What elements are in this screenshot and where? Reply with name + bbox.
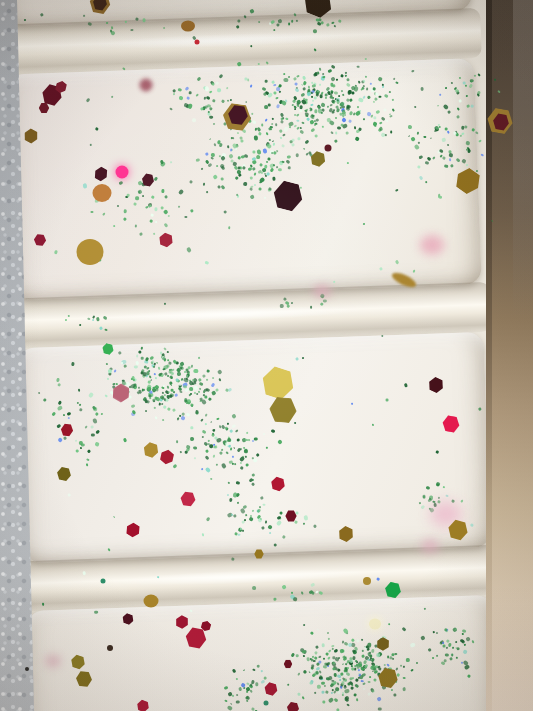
glitter-speck: [227, 438, 232, 442]
glitter-speck: [315, 645, 319, 649]
glitter-speck: [305, 139, 310, 144]
glitter-speck: [356, 66, 359, 69]
glitter-speck: [455, 157, 460, 162]
red-hex-glitter: [60, 423, 75, 438]
glitter-speck: [218, 74, 223, 79]
glitter-speck: [130, 404, 135, 408]
glitter-speck: [351, 677, 353, 679]
glitter-speck: [199, 382, 203, 386]
teal-speck: [101, 579, 106, 584]
glitter-speck: [320, 94, 323, 98]
glitter-speck: [214, 445, 217, 449]
glitter-speck: [237, 439, 241, 442]
glitter-speck: [336, 108, 340, 112]
glitter-speck: [396, 188, 399, 191]
glitter-speck: [456, 107, 460, 111]
glitter-speck: [373, 124, 377, 128]
glitter-speck: [336, 682, 339, 686]
glitter-speck: [141, 357, 144, 360]
glitter-speck: [460, 499, 463, 502]
glitter-speck: [106, 378, 109, 381]
glitter-speck: [445, 653, 449, 656]
glitter-speck: [205, 449, 209, 453]
glitter-speck: [250, 195, 256, 201]
glitter-speck: [313, 48, 317, 52]
glitter-speck: [297, 692, 301, 696]
glitter-speck: [429, 648, 432, 651]
glitter-speck: [456, 657, 459, 660]
glitter-speck: [219, 451, 223, 455]
glitter-speck: [470, 523, 474, 527]
glitter-speck: [154, 417, 158, 421]
glitter-speck: [204, 413, 207, 417]
glitter-speck: [250, 482, 254, 486]
glitter-speck: [216, 81, 219, 85]
glitter-speck: [99, 327, 103, 331]
glitter-speck: [332, 661, 335, 664]
glitter-speck: [118, 181, 123, 185]
glitter-speck: [300, 592, 303, 596]
glitter-speck: [276, 104, 280, 109]
glitter-speck: [225, 87, 228, 90]
gold-hex-glitter: [450, 163, 486, 198]
glitter-speck: [169, 381, 173, 385]
glitter-speck: [334, 139, 338, 143]
glitter-speck: [303, 148, 305, 150]
glitter-speck: [111, 95, 114, 98]
glitter-speck: [180, 390, 183, 393]
glitter-speck: [399, 665, 402, 668]
glitter-speck: [273, 84, 276, 86]
glitter-speck: [284, 301, 289, 305]
glitter-speck: [102, 212, 105, 215]
glitter-speck: [291, 143, 295, 147]
glitter-speck: [462, 159, 467, 164]
glitter-speck: [144, 409, 147, 412]
glitter-speck: [308, 86, 310, 89]
glitter-speck: [406, 658, 410, 662]
glitter-speck: [299, 109, 303, 113]
glitter-speck: [205, 466, 211, 472]
maroon-hex-glitter: [91, 164, 110, 183]
glitter-speck: [213, 123, 216, 126]
glitter-speck: [272, 118, 275, 121]
glitter-speck: [294, 520, 298, 523]
glitter-speck: [466, 104, 470, 107]
glitter-speck: [286, 160, 291, 165]
glitter-speck: [130, 29, 133, 31]
glitter-speck: [167, 385, 170, 388]
glitter-speck: [363, 85, 366, 87]
glitter-speck: [301, 92, 306, 96]
glitter-speck: [186, 247, 192, 253]
glitter-speck: [205, 261, 209, 265]
glitter-speck: [186, 413, 191, 418]
glitter-speck: [481, 154, 484, 157]
glitter-speck: [66, 411, 71, 416]
glitter-speck: [384, 93, 389, 98]
glitter-speck: [391, 99, 394, 102]
glitter-speck: [341, 663, 343, 665]
glitter-speck: [465, 637, 470, 642]
glitter-speck: [174, 393, 178, 396]
glitter-speck: [266, 447, 268, 449]
glitter-speck: [425, 161, 429, 165]
glitter-speck: [189, 92, 192, 96]
glitter-speck: [297, 74, 300, 77]
glitter-speck: [314, 135, 318, 138]
glitter-speck: [311, 583, 315, 587]
glitter-speck: [277, 23, 280, 27]
glitter-speck: [156, 362, 158, 364]
glitter-speck: [132, 410, 136, 415]
glitter-speck: [376, 110, 381, 114]
glitter-speck: [319, 592, 323, 596]
glitter-speck: [352, 656, 355, 660]
glitter-speck: [256, 453, 260, 457]
glitter-speck: [264, 105, 268, 109]
glitter-speck: [227, 705, 233, 711]
glitter-speck: [327, 661, 330, 664]
red-hex-glitter: [123, 520, 143, 540]
glitter-speck: [318, 656, 322, 659]
glitter-speck: [254, 184, 257, 187]
glitter-speck: [133, 202, 136, 205]
glitter-speck: [439, 148, 444, 153]
glitter-speck: [108, 548, 111, 551]
glitter-speck: [142, 388, 145, 391]
glitter-speck: [90, 426, 93, 429]
glitter-speck: [91, 434, 95, 437]
glitter-speck: [333, 673, 337, 677]
glitter-speck: [458, 99, 462, 103]
glitter-speck: [252, 668, 256, 671]
glitter-speck: [237, 448, 242, 453]
gold-hex-glitter: [254, 549, 264, 559]
glitter-speck: [272, 543, 277, 548]
glitter-speck: [290, 652, 295, 657]
dark-gold-hex-glitter: [21, 126, 41, 145]
glitter-speck: [293, 422, 296, 425]
glitter-speck: [465, 164, 468, 167]
glitter-speck: [363, 688, 365, 690]
glitter-speck: [181, 415, 186, 420]
glitter-speck: [201, 399, 207, 405]
glitter-speck: [346, 78, 350, 82]
glitter-speck: [180, 451, 183, 454]
glitter-speck: [305, 108, 308, 111]
glitter-speck: [162, 419, 165, 422]
glitter-speck: [250, 113, 253, 116]
glitter-speck: [287, 683, 290, 686]
glitter-speck: [459, 77, 461, 79]
glitter-speck: [295, 655, 299, 658]
glitter-speck: [302, 75, 306, 80]
glitter-speck: [360, 87, 364, 91]
glitter-speck: [372, 87, 375, 91]
glitter-speck: [357, 80, 360, 83]
glitter-speck: [63, 437, 67, 441]
glitter-speck: [158, 366, 161, 369]
glitter-speck: [236, 481, 240, 485]
glitter-speck: [309, 108, 313, 111]
crimson-sparkle-hex: [441, 414, 462, 434]
glitter-speck: [190, 209, 194, 213]
glitter-speck: [209, 116, 213, 119]
glitter-speck: [464, 644, 466, 646]
glitter-speck: [210, 382, 215, 387]
glitter-speck: [249, 8, 254, 13]
glitter-speck: [444, 164, 448, 167]
glitter-speck: [324, 97, 327, 100]
glitter-speck: [224, 700, 228, 703]
glitter-speck: [149, 219, 152, 223]
glitter-speck: [194, 369, 199, 373]
glitter-speck: [316, 662, 320, 666]
glitter-speck: [91, 211, 94, 213]
glitter-speck: [386, 663, 389, 666]
glitter-speck: [273, 28, 276, 31]
teal-speck: [264, 701, 269, 706]
glitter-speck: [213, 143, 216, 146]
glitter-speck: [387, 655, 389, 658]
glitter-speck: [252, 586, 256, 590]
glitter-speck: [310, 305, 312, 308]
glitter-speck: [259, 163, 263, 167]
glitter-speck: [218, 378, 221, 381]
glitter-speck: [79, 324, 82, 327]
glitter-speck: [347, 162, 349, 164]
glitter-speck: [258, 132, 262, 136]
glitter-speck: [327, 23, 330, 26]
glitter-speck: [463, 649, 469, 655]
glitter-speck: [278, 168, 282, 172]
glitter-speck: [438, 105, 440, 106]
glitter-speck: [296, 119, 300, 122]
glitter-speck: [314, 74, 317, 77]
glitter-speck: [249, 175, 254, 180]
glitter-speck: [82, 184, 87, 189]
glitter-speck: [387, 623, 390, 626]
glitter-speck: [157, 576, 160, 579]
glitter-speck: [207, 442, 209, 444]
glitter-speck: [418, 154, 423, 158]
red-hex-glitter: [269, 475, 288, 493]
glitter-speck: [249, 44, 252, 47]
glitter-speck: [438, 124, 440, 126]
glitter-speck: [217, 88, 221, 92]
glitter-speck: [109, 29, 111, 32]
glitter-speck: [472, 641, 475, 644]
glitter-speck: [112, 224, 115, 227]
glitter-speck: [228, 387, 233, 392]
glitter-speck: [281, 160, 284, 163]
glitter-speck: [339, 648, 344, 653]
red-hex-glitter: [262, 681, 279, 697]
glitter-speck: [423, 136, 426, 138]
glitter-speck: [279, 129, 282, 133]
glitter-speck: [42, 398, 46, 402]
glitter-speck: [85, 464, 88, 467]
glitter-speck: [169, 362, 172, 365]
glitter-speck: [301, 87, 305, 91]
glitter-speck: [113, 369, 116, 373]
glitter-speck: [230, 98, 232, 100]
glitter-speck: [342, 694, 344, 696]
glitter-speck: [162, 368, 165, 371]
glitter-speck: [52, 411, 57, 416]
glitter-speck: [205, 379, 208, 382]
glitter-speck: [237, 156, 240, 160]
glitter-speck: [296, 113, 299, 116]
glitter-speck: [190, 403, 194, 407]
glitter-speck: [470, 104, 474, 108]
glitter-speck: [395, 667, 399, 671]
glitter-speck: [432, 157, 436, 161]
glitter-speck: [302, 650, 306, 653]
glitter-speck: [442, 486, 445, 488]
glitter-speck: [253, 172, 256, 175]
glitter-speck: [227, 481, 230, 484]
glitter-speck: [324, 684, 327, 687]
glitter-speck: [282, 535, 286, 539]
glitter-speck: [312, 84, 316, 88]
glitter-speck: [376, 696, 381, 701]
glitter-speck: [266, 172, 269, 175]
glitter-speck: [280, 120, 284, 124]
glitter-speck: [371, 649, 375, 654]
glitter-speck: [315, 118, 319, 122]
glitter-speck: [273, 597, 276, 600]
glitter-speck: [210, 478, 213, 481]
glitter-speck: [355, 110, 361, 116]
glitter-speck: [355, 683, 360, 687]
glitter-speck: [190, 437, 195, 441]
glitter-speck: [212, 175, 218, 181]
glitter-speck: [355, 136, 360, 142]
glitter-speck: [42, 602, 44, 605]
glitter-speck: [466, 141, 470, 145]
glitter-speck: [94, 441, 99, 446]
glitter-speck: [79, 408, 82, 412]
glitter-speck: [358, 127, 362, 130]
glitter-speck: [232, 456, 234, 458]
glitter-speck: [171, 368, 174, 371]
glitter-speck: [221, 177, 225, 181]
glitter-speck: [323, 665, 327, 669]
glitter-speck: [314, 109, 317, 113]
glitter-speck: [87, 22, 91, 26]
glitter-speck: [135, 196, 140, 200]
glitter-speck: [319, 676, 323, 679]
glitter-speck: [230, 447, 233, 450]
glitter-speck: [460, 135, 462, 137]
glitter-speck: [178, 206, 180, 208]
glitter-speck: [116, 382, 118, 384]
glitter-speck: [161, 189, 164, 193]
dark-red-hex-glitter: [284, 660, 293, 669]
glitter-speck: [84, 425, 88, 429]
glitter-speck: [256, 149, 261, 155]
dark-gold-hex-glitter: [336, 524, 357, 544]
glitter-speck: [373, 100, 376, 103]
glitter-speck: [278, 439, 283, 445]
glitter-speck: [273, 142, 276, 145]
glitter-speck: [364, 75, 367, 78]
glitter-speck: [341, 90, 343, 93]
glitter-speck: [227, 145, 230, 148]
glitter-speck: [323, 700, 326, 703]
glitter-speck: [383, 108, 386, 112]
glitter-speck: [323, 299, 327, 302]
glitter-speck: [360, 639, 363, 642]
glitter-speck: [205, 191, 208, 194]
glitter-speck: [314, 650, 319, 655]
glitter-speck: [260, 124, 263, 127]
glitter-speck: [373, 677, 377, 681]
glitter-speck: [321, 643, 325, 647]
glitter-speck: [196, 393, 199, 395]
glitter-speck: [86, 458, 89, 461]
glitter-speck: [293, 597, 297, 601]
glitter-speck: [145, 205, 148, 208]
glitter-speck: [393, 694, 396, 697]
glitter-speck: [292, 99, 296, 103]
glitter-speck: [314, 123, 317, 125]
glitter-speck: [358, 98, 364, 103]
glitter-speck: [332, 84, 335, 87]
glitter-speck: [235, 429, 239, 433]
glitter-speck: [372, 424, 375, 427]
glitter-speck: [241, 530, 243, 533]
glitter-speck: [236, 678, 238, 680]
glitter-speck: [255, 682, 258, 686]
glitter-speck: [245, 101, 246, 103]
glitter-speck: [338, 657, 340, 659]
glitter-speck: [261, 87, 266, 91]
glitter-speck: [346, 703, 350, 706]
glitter-speck: [257, 508, 262, 513]
glitter-speck: [251, 473, 255, 477]
glitter-speck: [270, 168, 274, 173]
glitter-speck: [123, 209, 127, 213]
glitter-speck: [236, 61, 241, 66]
glitter-speck: [163, 209, 168, 214]
glitter-speck: [176, 441, 178, 444]
glitter-speck: [423, 608, 426, 611]
glitter-speck: [273, 177, 276, 181]
glitter-speck: [123, 364, 127, 368]
glitter-speck: [101, 413, 103, 415]
glitter-speck: [265, 133, 268, 136]
glitter-speck: [448, 159, 450, 162]
glitter-speck: [250, 185, 253, 188]
glitter-speck: [252, 168, 256, 172]
glitter-speck: [464, 126, 467, 130]
glitter-speck: [237, 132, 240, 134]
glitter-speck: [221, 185, 225, 189]
glitter-speck: [203, 183, 206, 186]
glitter-speck: [289, 125, 291, 127]
glitter-speck: [298, 137, 301, 141]
glitter-speck: [211, 82, 215, 86]
glitter-speck: [378, 96, 381, 99]
glitter-speck: [202, 533, 205, 536]
glitter-speck: [198, 357, 201, 360]
glitter-speck: [222, 210, 226, 214]
glitter-speck: [362, 682, 366, 685]
glitter-speck: [167, 407, 171, 411]
